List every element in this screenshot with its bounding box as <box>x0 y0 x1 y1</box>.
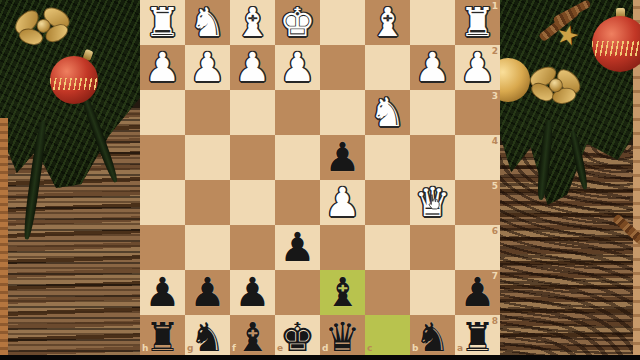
square-f5[interactable] <box>230 180 275 225</box>
rank-label-1: 1 <box>492 2 498 11</box>
square-d4[interactable]: ♟ <box>320 135 365 180</box>
black-knight[interactable]: ♞ <box>190 315 226 360</box>
white-bishop[interactable]: ♝ <box>235 0 271 45</box>
square-b4[interactable] <box>410 135 455 180</box>
square-f2[interactable]: ♟ <box>230 45 275 90</box>
file-label-d: d <box>322 344 328 353</box>
square-d5[interactable]: ♟ <box>320 180 365 225</box>
square-c8[interactable]: c <box>365 315 410 360</box>
white-pawn[interactable]: ♟ <box>190 45 226 90</box>
video-frame: ★ ♜♞♝♚♝♜1♟♟♟♟♟♟2♞3♟4♟♛5♟6♟♟♟♝♟7♜h♞g♝f♚e♛… <box>0 0 640 360</box>
chess-board: ♜♞♝♚♝♜1♟♟♟♟♟♟2♞3♟4♟♛5♟6♟♟♟♝♟7♜h♞g♝f♚e♛dc… <box>140 0 500 360</box>
rank-label-2: 2 <box>492 47 498 56</box>
black-knight[interactable]: ♞ <box>415 315 451 360</box>
black-pawn[interactable]: ♟ <box>190 270 226 315</box>
square-a3[interactable]: 3 <box>455 90 500 135</box>
square-b8[interactable]: ♞b <box>410 315 455 360</box>
file-label-e: e <box>277 344 283 353</box>
white-rook[interactable]: ♜ <box>145 0 181 45</box>
square-a8[interactable]: ♜8a <box>455 315 500 360</box>
square-e2[interactable]: ♟ <box>275 45 320 90</box>
black-queen[interactable]: ♛ <box>325 315 361 360</box>
square-c6[interactable] <box>365 225 410 270</box>
rank-label-4: 4 <box>492 137 498 146</box>
red-bauble-icon <box>50 56 98 104</box>
square-h8[interactable]: ♜h <box>140 315 185 360</box>
square-a6[interactable]: 6 <box>455 225 500 270</box>
file-label-g: g <box>187 344 193 353</box>
square-d8[interactable]: ♛d <box>320 315 365 360</box>
black-pawn[interactable]: ♟ <box>325 135 361 180</box>
gold-bow-icon <box>11 1 75 57</box>
square-a1[interactable]: ♜1 <box>455 0 500 45</box>
white-knight[interactable]: ♞ <box>190 0 226 45</box>
square-h4[interactable] <box>140 135 185 180</box>
square-h2[interactable]: ♟ <box>140 45 185 90</box>
square-d1[interactable] <box>320 0 365 45</box>
rank-label-5: 5 <box>492 182 498 191</box>
bauble-gold-pattern <box>50 78 98 90</box>
white-pawn[interactable]: ♟ <box>415 45 451 90</box>
file-label-a: a <box>457 344 463 353</box>
hand-pointer-cursor <box>425 193 442 212</box>
black-rook[interactable]: ♜ <box>460 315 496 360</box>
square-a5[interactable]: 5 <box>455 180 500 225</box>
square-h3[interactable] <box>140 90 185 135</box>
square-g6[interactable] <box>185 225 230 270</box>
square-a2[interactable]: ♟2 <box>455 45 500 90</box>
square-h5[interactable] <box>140 180 185 225</box>
black-king[interactable]: ♚ <box>280 315 316 360</box>
square-g2[interactable]: ♟ <box>185 45 230 90</box>
black-pawn[interactable]: ♟ <box>235 270 271 315</box>
square-g5[interactable] <box>185 180 230 225</box>
white-pawn[interactable]: ♟ <box>280 45 316 90</box>
white-knight[interactable]: ♞ <box>370 90 406 135</box>
file-label-c: c <box>367 344 372 353</box>
square-f7[interactable]: ♟ <box>230 270 275 315</box>
square-f4[interactable] <box>230 135 275 180</box>
black-rook[interactable]: ♜ <box>145 315 181 360</box>
black-bishop[interactable]: ♝ <box>325 270 361 315</box>
square-b2[interactable]: ♟ <box>410 45 455 90</box>
square-e7[interactable] <box>275 270 320 315</box>
square-c3[interactable]: ♞ <box>365 90 410 135</box>
square-f6[interactable] <box>230 225 275 270</box>
square-e3[interactable] <box>275 90 320 135</box>
black-pawn[interactable]: ♟ <box>145 270 181 315</box>
square-c7[interactable] <box>365 270 410 315</box>
red-bauble-icon <box>592 16 640 72</box>
square-f8[interactable]: ♝f <box>230 315 275 360</box>
square-d3[interactable] <box>320 90 365 135</box>
square-h7[interactable]: ♟ <box>140 270 185 315</box>
file-label-b: b <box>412 344 418 353</box>
white-pawn[interactable]: ♟ <box>325 180 361 225</box>
gold-bow-icon <box>523 60 585 121</box>
file-label-h: h <box>142 344 148 353</box>
square-g4[interactable] <box>185 135 230 180</box>
square-e6[interactable]: ♟ <box>275 225 320 270</box>
square-b6[interactable] <box>410 225 455 270</box>
square-g3[interactable] <box>185 90 230 135</box>
square-g7[interactable]: ♟ <box>185 270 230 315</box>
black-bishop[interactable]: ♝ <box>235 315 271 360</box>
square-b7[interactable] <box>410 270 455 315</box>
square-b1[interactable] <box>410 0 455 45</box>
black-pawn[interactable]: ♟ <box>280 225 316 270</box>
square-f1[interactable]: ♝ <box>230 0 275 45</box>
square-a7[interactable]: ♟7 <box>455 270 500 315</box>
letterbox-bar <box>0 355 640 360</box>
square-h6[interactable] <box>140 225 185 270</box>
rank-label-6: 6 <box>492 227 498 236</box>
rank-label-7: 7 <box>492 272 498 281</box>
square-h1[interactable]: ♜ <box>140 0 185 45</box>
wood-edge-strip <box>0 118 8 360</box>
square-c2[interactable] <box>365 45 410 90</box>
square-c4[interactable] <box>365 135 410 180</box>
white-bishop[interactable]: ♝ <box>370 0 406 45</box>
white-pawn[interactable]: ♟ <box>460 45 496 90</box>
square-e8[interactable]: ♚e <box>275 315 320 360</box>
rank-label-8: 8 <box>492 317 498 326</box>
square-d2[interactable] <box>320 45 365 90</box>
square-c5[interactable] <box>365 180 410 225</box>
rank-label-3: 3 <box>492 92 498 101</box>
square-a4[interactable]: 4 <box>455 135 500 180</box>
square-e5[interactable] <box>275 180 320 225</box>
white-pawn[interactable]: ♟ <box>235 45 271 90</box>
bauble-gold-pattern <box>592 41 640 56</box>
square-d7[interactable]: ♝ <box>320 270 365 315</box>
white-king[interactable]: ♚ <box>280 0 316 45</box>
square-e4[interactable] <box>275 135 320 180</box>
square-c1[interactable]: ♝ <box>365 0 410 45</box>
white-pawn[interactable]: ♟ <box>145 45 181 90</box>
white-rook[interactable]: ♜ <box>460 0 496 45</box>
square-e1[interactable]: ♚ <box>275 0 320 45</box>
file-label-f: f <box>232 344 236 353</box>
square-g8[interactable]: ♞g <box>185 315 230 360</box>
square-g1[interactable]: ♞ <box>185 0 230 45</box>
square-f3[interactable] <box>230 90 275 135</box>
black-pawn[interactable]: ♟ <box>460 270 496 315</box>
square-d6[interactable] <box>320 225 365 270</box>
square-b3[interactable] <box>410 90 455 135</box>
